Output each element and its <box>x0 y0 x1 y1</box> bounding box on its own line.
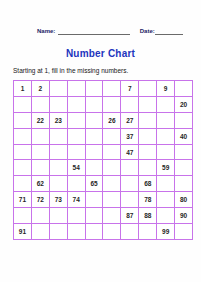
grid-cell-blank[interactable] <box>86 81 104 97</box>
grid-cell-blank[interactable] <box>86 208 104 224</box>
grid-cell-given: 68 <box>139 176 157 192</box>
grid-cell-given: 2 <box>32 81 50 97</box>
grid-cell-given: 88 <box>139 208 157 224</box>
grid-cell-blank[interactable] <box>14 113 32 129</box>
grid-cell-given: 90 <box>175 208 193 224</box>
grid-cell-blank[interactable] <box>103 145 121 161</box>
grid-cell-blank[interactable] <box>139 129 157 145</box>
grid-cell-given: 65 <box>86 176 104 192</box>
grid-cell-blank[interactable] <box>86 192 104 208</box>
grid-cell-blank[interactable] <box>32 97 50 113</box>
grid-cell-blank[interactable] <box>103 176 121 192</box>
grid-cell-given: 54 <box>68 160 86 176</box>
grid-cell-given: 87 <box>121 208 139 224</box>
date-label: Date: <box>140 28 155 35</box>
grid-cell-given: 26 <box>103 113 121 129</box>
grid-cell-given: 72 <box>32 192 50 208</box>
grid-cell-blank[interactable] <box>68 129 86 145</box>
grid-cell-blank[interactable] <box>68 97 86 113</box>
grid-cell-blank[interactable] <box>32 129 50 145</box>
grid-cell-blank[interactable] <box>157 176 175 192</box>
grid-cell-blank[interactable] <box>68 81 86 97</box>
grid-cell-given: 73 <box>50 192 68 208</box>
grid-cell-blank[interactable] <box>86 129 104 145</box>
grid-cell-blank[interactable] <box>103 192 121 208</box>
grid-cell-given: 40 <box>175 129 193 145</box>
name-label: Name: <box>37 28 55 35</box>
grid-cell-blank[interactable] <box>50 129 68 145</box>
grid-cell-blank[interactable] <box>86 160 104 176</box>
grid-cell-given: 80 <box>175 192 193 208</box>
grid-cell-blank[interactable] <box>121 192 139 208</box>
grid-cell-blank[interactable] <box>175 176 193 192</box>
grid-cell-blank[interactable] <box>139 113 157 129</box>
grid-cell-blank[interactable] <box>157 145 175 161</box>
grid-cell-blank[interactable] <box>68 208 86 224</box>
grid-cell-blank[interactable] <box>68 176 86 192</box>
grid-cell-given: 1 <box>14 81 32 97</box>
grid-cell-given: 91 <box>14 224 32 240</box>
grid-cell-blank[interactable] <box>139 81 157 97</box>
grid-cell-blank[interactable] <box>103 224 121 240</box>
number-chart-grid: 1279202223262737404754596265687172737478… <box>13 80 193 240</box>
grid-cell-blank[interactable] <box>139 97 157 113</box>
grid-cell-blank[interactable] <box>32 145 50 161</box>
page-title: Number Chart <box>0 48 201 59</box>
grid-cell-blank[interactable] <box>139 160 157 176</box>
grid-cell-blank[interactable] <box>14 145 32 161</box>
grid-cell-given: 59 <box>157 160 175 176</box>
instructions-text: Starting at 1, fill in the missing numbe… <box>13 67 128 74</box>
grid-cell-blank[interactable] <box>14 160 32 176</box>
grid-cell-blank[interactable] <box>157 192 175 208</box>
grid-cell-blank[interactable] <box>121 160 139 176</box>
grid-cell-blank[interactable] <box>50 176 68 192</box>
grid-cell-blank[interactable] <box>14 208 32 224</box>
grid-cell-blank[interactable] <box>121 97 139 113</box>
grid-cell-blank[interactable] <box>14 97 32 113</box>
grid-cell-blank[interactable] <box>50 97 68 113</box>
grid-cell-blank[interactable] <box>103 160 121 176</box>
name-date-header: Name: Date: <box>37 27 183 35</box>
grid-cell-given: 37 <box>121 129 139 145</box>
grid-cell-blank[interactable] <box>157 113 175 129</box>
date-input-line[interactable] <box>155 27 183 35</box>
grid-cell-blank[interactable] <box>157 208 175 224</box>
grid-cell-blank[interactable] <box>139 224 157 240</box>
grid-cell-blank[interactable] <box>103 129 121 145</box>
grid-cell-blank[interactable] <box>103 208 121 224</box>
grid-cell-given: 47 <box>121 145 139 161</box>
grid-cell-blank[interactable] <box>68 113 86 129</box>
grid-cell-blank[interactable] <box>86 224 104 240</box>
grid-cell-given: 22 <box>32 113 50 129</box>
grid-cell-blank[interactable] <box>14 176 32 192</box>
grid-cell-blank[interactable] <box>50 81 68 97</box>
grid-cell-blank[interactable] <box>86 97 104 113</box>
grid-cell-given: 7 <box>121 81 139 97</box>
grid-cell-blank[interactable] <box>175 160 193 176</box>
grid-cell-blank[interactable] <box>103 97 121 113</box>
grid-cell-blank[interactable] <box>86 113 104 129</box>
grid-cell-given: 71 <box>14 192 32 208</box>
grid-cell-blank[interactable] <box>103 81 121 97</box>
name-input-line[interactable] <box>58 27 129 35</box>
grid-cell-given: 78 <box>139 192 157 208</box>
grid-cell-given: 20 <box>175 97 193 113</box>
grid-cell-given: 99 <box>157 224 175 240</box>
grid-cell-blank[interactable] <box>32 208 50 224</box>
grid-cell-blank[interactable] <box>139 145 157 161</box>
grid-cell-given: 62 <box>32 176 50 192</box>
grid-cell-blank[interactable] <box>175 145 193 161</box>
grid-cell-blank[interactable] <box>32 224 50 240</box>
worksheet-page: Name: Date: Number Chart Starting at 1, … <box>0 0 201 282</box>
grid-cell-blank[interactable] <box>121 224 139 240</box>
grid-cell-blank[interactable] <box>68 224 86 240</box>
grid-cell-given: 27 <box>121 113 139 129</box>
grid-cell-blank[interactable] <box>175 224 193 240</box>
grid-cell-blank[interactable] <box>68 145 86 161</box>
grid-cell-blank[interactable] <box>175 81 193 97</box>
grid-cell-blank[interactable] <box>50 145 68 161</box>
grid-cell-blank[interactable] <box>157 129 175 145</box>
grid-cell-given: 74 <box>68 192 86 208</box>
grid-cell-blank[interactable] <box>175 113 193 129</box>
grid-cell-blank[interactable] <box>86 145 104 161</box>
grid-cell-blank[interactable] <box>14 129 32 145</box>
grid-cell-blank[interactable] <box>121 176 139 192</box>
grid-cell-blank[interactable] <box>32 160 50 176</box>
grid-cell-blank[interactable] <box>157 97 175 113</box>
grid-cell-blank[interactable] <box>50 160 68 176</box>
grid-cell-blank[interactable] <box>50 224 68 240</box>
grid-cell-given: 23 <box>50 113 68 129</box>
grid-cell-blank[interactable] <box>50 208 68 224</box>
grid-cell-given: 9 <box>157 81 175 97</box>
